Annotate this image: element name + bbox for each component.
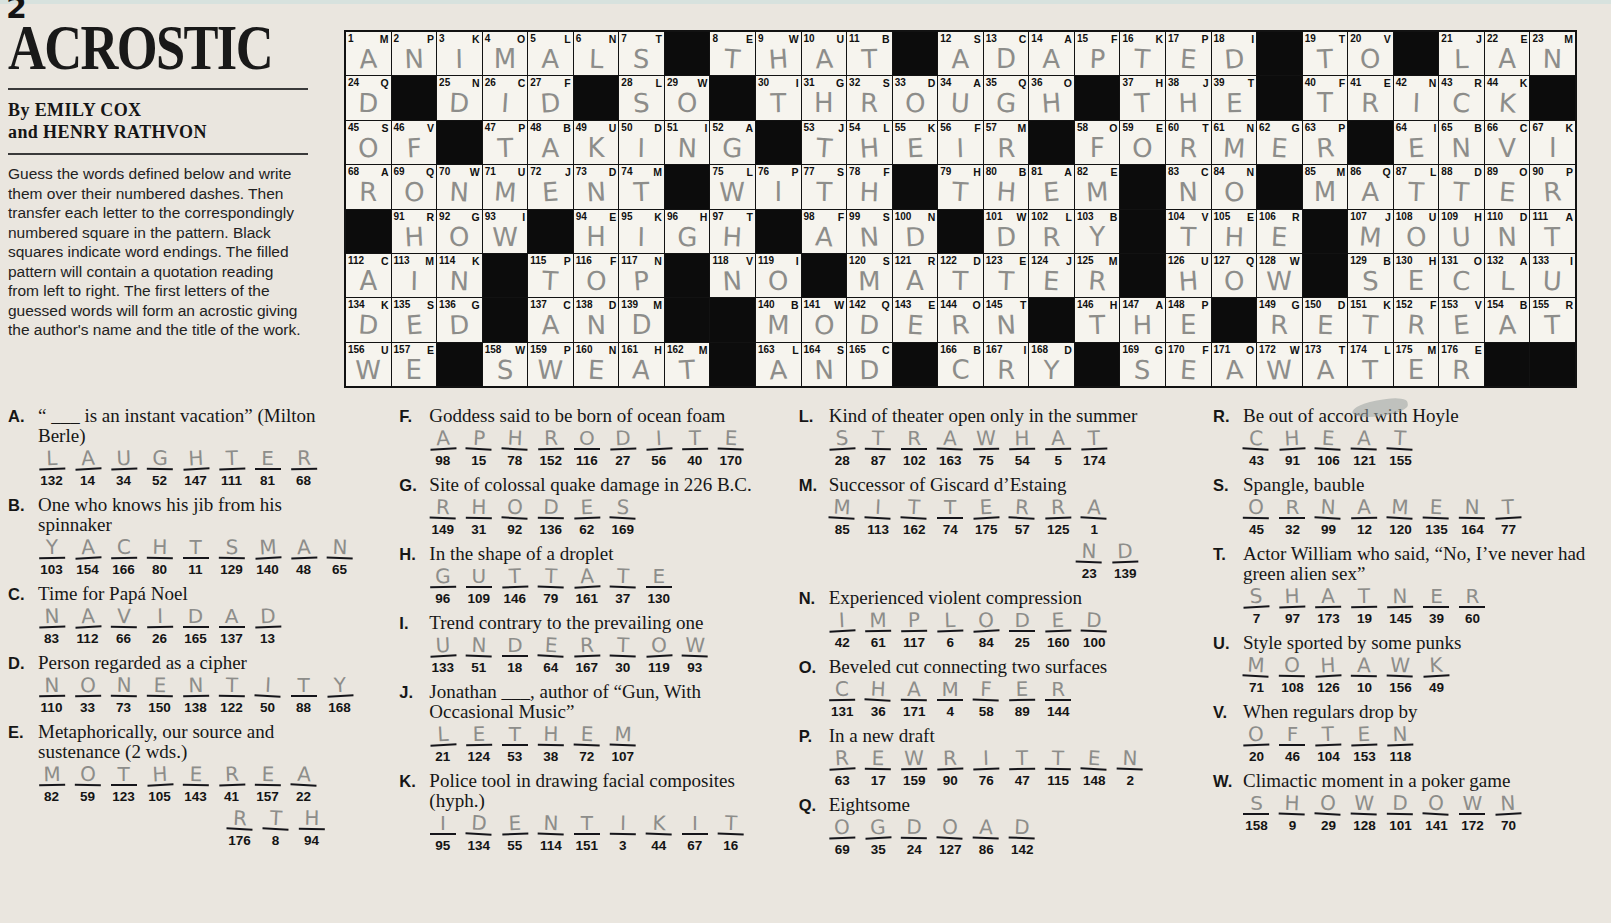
grid-cell-97[interactable]: 97TH [710, 210, 755, 253]
answer-slot-109[interactable]: U109 [465, 567, 492, 606]
grid-cell-60[interactable]: 60TR [1166, 121, 1211, 164]
grid-cell-120[interactable]: 120SM [847, 254, 892, 297]
grid-cell-156[interactable]: 156UW [346, 343, 391, 386]
answer-slot-141[interactable]: O141 [1423, 794, 1450, 833]
answer-slot-8[interactable]: T8 [262, 809, 289, 848]
grid-cell-91[interactable]: 91RH [392, 210, 437, 253]
grid-cell-32[interactable]: 32SR [847, 76, 892, 119]
grid-cell-175[interactable]: 175ME [1394, 343, 1439, 386]
grid-cell-127[interactable]: 127QO [1212, 254, 1257, 297]
grid-cell-29[interactable]: 29WO [665, 76, 710, 119]
answer-slot-9[interactable]: H9 [1279, 794, 1306, 833]
grid-cell-56[interactable]: 56FI [938, 121, 983, 164]
answer-slot-129[interactable]: S129 [218, 538, 245, 577]
answer-slot-68[interactable]: R68 [290, 449, 317, 488]
answer-slot-102[interactable]: R102 [901, 429, 928, 468]
answer-slot-106[interactable]: E106 [1315, 429, 1342, 468]
answer-slot-113[interactable]: I113 [865, 498, 892, 537]
grid-cell-13[interactable]: 13CD [984, 32, 1029, 75]
answer-slot-53[interactable]: T53 [501, 725, 528, 764]
grid-cell-76[interactable]: 76PI [756, 165, 801, 208]
answer-slot-72[interactable]: E72 [573, 725, 600, 764]
answer-slot-22[interactable]: A22 [290, 765, 317, 804]
answer-slot-6[interactable]: L6 [937, 611, 964, 650]
answer-slot-117[interactable]: P117 [901, 611, 928, 650]
grid-cell-123[interactable]: 123ET [984, 254, 1029, 297]
grid-cell-75[interactable]: 75LW [710, 165, 755, 208]
answer-slot-62[interactable]: E62 [573, 498, 600, 537]
answer-slot-4[interactable]: M4 [937, 680, 964, 719]
grid-cell-78[interactable]: 78FH [847, 165, 892, 208]
grid-cell-4[interactable]: 4OM [483, 32, 528, 75]
answer-slot-40[interactable]: T40 [681, 429, 708, 468]
grid-cell-154[interactable]: 154BA [1485, 298, 1530, 341]
grid-cell-87[interactable]: 87LT [1394, 165, 1439, 208]
answer-slot-67[interactable]: I67 [681, 814, 708, 853]
grid-cell-141[interactable]: 141WO [802, 298, 847, 341]
answer-slot-168[interactable]: Y168 [326, 676, 353, 715]
grid-cell-151[interactable]: 151KT [1348, 298, 1393, 341]
grid-cell-24[interactable]: 24QD [346, 76, 391, 119]
grid-cell-11[interactable]: 11BT [847, 32, 892, 75]
answer-slot-127[interactable]: O127 [937, 818, 964, 857]
answer-slot-58[interactable]: F58 [973, 680, 1000, 719]
answer-slot-156[interactable]: W156 [1387, 656, 1414, 695]
answer-slot-164[interactable]: N164 [1459, 498, 1486, 537]
grid-cell-105[interactable]: 105EH [1212, 210, 1257, 253]
answer-slot-134[interactable]: D134 [465, 814, 492, 853]
answer-slot-103[interactable]: Y103 [38, 538, 65, 577]
grid-cell-69[interactable]: 69QO [392, 165, 437, 208]
grid-cell-115[interactable]: 115PT [528, 254, 573, 297]
answer-slot-145[interactable]: N145 [1387, 587, 1414, 626]
grid-cell-43[interactable]: 43RC [1439, 76, 1484, 119]
answer-slot-44[interactable]: K44 [645, 814, 672, 853]
grid-cell-145[interactable]: 145TN [984, 298, 1029, 341]
grid-cell-96[interactable]: 96HG [665, 210, 710, 253]
answer-slot-101[interactable]: D101 [1387, 794, 1414, 833]
answer-slot-43[interactable]: C43 [1243, 429, 1270, 468]
grid-cell-100[interactable]: 100ND [893, 210, 938, 253]
answer-slot-23[interactable]: N23 [1076, 542, 1103, 581]
grid-cell-28[interactable]: 28LS [619, 76, 664, 119]
answer-slot-115[interactable]: T115 [1045, 749, 1072, 788]
answer-slot-121[interactable]: A121 [1351, 429, 1378, 468]
answer-slot-108[interactable]: O108 [1279, 656, 1306, 695]
answer-slot-25[interactable]: D25 [1009, 611, 1036, 650]
answer-slot-84[interactable]: O84 [973, 611, 1000, 650]
answer-slot-171[interactable]: A171 [901, 680, 928, 719]
grid-cell-42[interactable]: 42NI [1394, 76, 1439, 119]
grid-cell-122[interactable]: 122DT [938, 254, 983, 297]
grid-cell-101[interactable]: 101WD [984, 210, 1029, 253]
answer-slot-15[interactable]: P15 [465, 429, 492, 468]
answer-slot-111[interactable]: T111 [218, 449, 245, 488]
answer-slot-123[interactable]: T123 [110, 765, 137, 804]
grid-cell-161[interactable]: 161HA [619, 343, 664, 386]
answer-slot-74[interactable]: T74 [937, 498, 964, 537]
answer-slot-170[interactable]: E170 [717, 429, 744, 468]
grid-cell-107[interactable]: 107JM [1348, 210, 1393, 253]
grid-cell-55[interactable]: 55KE [893, 121, 938, 164]
grid-cell-150[interactable]: 150DE [1303, 298, 1348, 341]
grid-cell-47[interactable]: 47PT [483, 121, 528, 164]
grid-cell-128[interactable]: 128WW [1257, 254, 1302, 297]
grid-cell-39[interactable]: 39TE [1212, 76, 1257, 119]
grid-cell-31[interactable]: 31GH [802, 76, 847, 119]
grid-cell-133[interactable]: 133IU [1530, 254, 1575, 297]
answer-slot-69[interactable]: O69 [829, 818, 856, 857]
answer-slot-1[interactable]: A1 [1081, 498, 1108, 537]
grid-cell-139[interactable]: 139MD [619, 298, 664, 341]
grid-cell-117[interactable]: 117NP [619, 254, 664, 297]
answer-slot-73[interactable]: N73 [110, 676, 137, 715]
answer-slot-133[interactable]: U133 [429, 636, 456, 675]
grid-cell-153[interactable]: 153VE [1439, 298, 1484, 341]
grid-cell-106[interactable]: 106RE [1257, 210, 1302, 253]
answer-slot-130[interactable]: E130 [645, 567, 672, 606]
answer-slot-14[interactable]: A14 [74, 449, 101, 488]
answer-slot-70[interactable]: N70 [1495, 794, 1522, 833]
grid-cell-144[interactable]: 144OR [938, 298, 983, 341]
grid-cell-130[interactable]: 130HE [1394, 254, 1439, 297]
answer-slot-83[interactable]: N83 [38, 607, 65, 646]
answer-slot-32[interactable]: R32 [1279, 498, 1306, 537]
answer-slot-64[interactable]: E64 [537, 636, 564, 675]
answer-slot-120[interactable]: M120 [1387, 498, 1414, 537]
grid-cell-20[interactable]: 20VO [1348, 32, 1393, 75]
grid-cell-173[interactable]: 173TA [1303, 343, 1348, 386]
answer-slot-82[interactable]: M82 [38, 765, 65, 804]
answer-slot-118[interactable]: N118 [1387, 725, 1414, 764]
answer-slot-95[interactable]: I95 [429, 814, 456, 853]
answer-slot-45[interactable]: O45 [1243, 498, 1270, 537]
answer-slot-52[interactable]: G52 [146, 449, 173, 488]
grid-cell-89[interactable]: 89OE [1485, 165, 1530, 208]
answer-slot-75[interactable]: W75 [973, 429, 1000, 468]
answer-slot-57[interactable]: R57 [1009, 498, 1036, 537]
answer-slot-158[interactable]: S158 [1243, 794, 1270, 833]
answer-slot-10[interactable]: A10 [1351, 656, 1378, 695]
grid-cell-70[interactable]: 70WN [437, 165, 482, 208]
grid-cell-108[interactable]: 108UO [1394, 210, 1439, 253]
grid-cell-82[interactable]: 82EM [1075, 165, 1120, 208]
grid-cell-61[interactable]: 61NM [1212, 121, 1257, 164]
answer-slot-65[interactable]: N65 [326, 538, 353, 577]
answer-slot-114[interactable]: N114 [537, 814, 564, 853]
answer-slot-41[interactable]: R41 [218, 765, 245, 804]
grid-cell-131[interactable]: 131OC [1439, 254, 1484, 297]
answer-slot-60[interactable]: R60 [1459, 587, 1486, 626]
answer-slot-150[interactable]: E150 [146, 676, 173, 715]
grid-cell-63[interactable]: 63PR [1303, 121, 1348, 164]
grid-cell-83[interactable]: 83CN [1166, 165, 1211, 208]
grid-cell-136[interactable]: 136GD [437, 298, 482, 341]
answer-slot-78[interactable]: H78 [501, 429, 528, 468]
answer-slot-151[interactable]: T151 [573, 814, 600, 853]
grid-cell-159[interactable]: 159PW [528, 343, 573, 386]
grid-cell-119[interactable]: 119IO [756, 254, 801, 297]
answer-slot-13[interactable]: D13 [254, 607, 281, 646]
grid-cell-143[interactable]: 143EE [893, 298, 938, 341]
answer-slot-49[interactable]: K49 [1423, 656, 1450, 695]
grid-cell-146[interactable]: 146HT [1075, 298, 1120, 341]
answer-slot-29[interactable]: O29 [1315, 794, 1342, 833]
grid-cell-84[interactable]: 84NO [1212, 165, 1257, 208]
grid-cell-176[interactable]: 176ER [1439, 343, 1484, 386]
answer-slot-50[interactable]: I50 [254, 676, 281, 715]
grid-cell-98[interactable]: 98FA [802, 210, 847, 253]
answer-slot-47[interactable]: T47 [1009, 749, 1036, 788]
answer-slot-51[interactable]: N51 [465, 636, 492, 675]
grid-cell-18[interactable]: 18ID [1212, 32, 1257, 75]
answer-slot-2[interactable]: N2 [1117, 749, 1144, 788]
grid-cell-155[interactable]: 155RT [1530, 298, 1575, 341]
grid-cell-102[interactable]: 102LR [1029, 210, 1074, 253]
grid-cell-45[interactable]: 45SO [346, 121, 391, 164]
answer-slot-166[interactable]: C166 [110, 538, 137, 577]
answer-slot-46[interactable]: F46 [1279, 725, 1306, 764]
answer-slot-163[interactable]: A163 [937, 429, 964, 468]
answer-slot-175[interactable]: E175 [973, 498, 1000, 537]
answer-slot-28[interactable]: S28 [829, 429, 856, 468]
grid-cell-1[interactable]: 1MA [346, 32, 391, 75]
answer-slot-17[interactable]: E17 [865, 749, 892, 788]
answer-slot-16[interactable]: T16 [717, 814, 744, 853]
answer-slot-81[interactable]: E81 [254, 449, 281, 488]
answer-slot-152[interactable]: R152 [537, 429, 564, 468]
grid-cell-26[interactable]: 26CI [483, 76, 528, 119]
grid-cell-104[interactable]: 104VT [1166, 210, 1211, 253]
grid-cell-112[interactable]: 112CA [346, 254, 391, 297]
grid-cell-19[interactable]: 19TT [1303, 32, 1348, 75]
grid-cell-121[interactable]: 121RA [893, 254, 938, 297]
grid-cell-88[interactable]: 88DT [1439, 165, 1484, 208]
grid-cell-140[interactable]: 140BM [756, 298, 801, 341]
answer-slot-161[interactable]: A161 [573, 567, 600, 606]
grid-cell-134[interactable]: 134KD [346, 298, 391, 341]
answer-slot-97[interactable]: H97 [1279, 587, 1306, 626]
answer-slot-37[interactable]: T37 [609, 567, 636, 606]
grid-cell-103[interactable]: 103BY [1075, 210, 1120, 253]
grid-cell-116[interactable]: 116FO [574, 254, 619, 297]
answer-slot-80[interactable]: H80 [146, 538, 173, 577]
grid-cell-23[interactable]: 23MN [1530, 32, 1575, 75]
grid-cell-71[interactable]: 71UM [483, 165, 528, 208]
grid-cell-30[interactable]: 30IT [756, 76, 801, 119]
answer-slot-20[interactable]: O20 [1243, 725, 1270, 764]
grid-cell-52[interactable]: 52AG [710, 121, 755, 164]
grid-cell-25[interactable]: 25ND [437, 76, 482, 119]
grid-cell-172[interactable]: 172WW [1257, 343, 1302, 386]
answer-slot-89[interactable]: E89 [1009, 680, 1036, 719]
grid-cell-99[interactable]: 99SN [847, 210, 892, 253]
grid-cell-160[interactable]: 160NE [574, 343, 619, 386]
answer-slot-148[interactable]: E148 [1081, 749, 1108, 788]
answer-slot-157[interactable]: E157 [254, 765, 281, 804]
answer-slot-105[interactable]: H105 [146, 765, 173, 804]
answer-slot-56[interactable]: I56 [645, 429, 672, 468]
grid-cell-114[interactable]: 114KN [437, 254, 482, 297]
answer-slot-87[interactable]: T87 [865, 429, 892, 468]
answer-slot-30[interactable]: T30 [609, 636, 636, 675]
grid-cell-73[interactable]: 73DN [574, 165, 619, 208]
answer-slot-7[interactable]: S7 [1243, 587, 1270, 626]
grid-cell-35[interactable]: 35QG [984, 76, 1029, 119]
grid-cell-148[interactable]: 148PE [1166, 298, 1211, 341]
grid-cell-62[interactable]: 62GE [1257, 121, 1302, 164]
answer-slot-173[interactable]: A173 [1315, 587, 1342, 626]
grid-cell-27[interactable]: 27FD [528, 76, 573, 119]
answer-slot-124[interactable]: E124 [465, 725, 492, 764]
grid-cell-67[interactable]: 67KI [1530, 121, 1575, 164]
answer-slot-34[interactable]: U34 [110, 449, 137, 488]
answer-slot-59[interactable]: O59 [74, 765, 101, 804]
grid-cell-111[interactable]: 111AT [1530, 210, 1575, 253]
grid-cell-94[interactable]: 94EH [574, 210, 619, 253]
grid-cell-15[interactable]: 15FP [1075, 32, 1120, 75]
grid-cell-7[interactable]: 7TS [619, 32, 664, 75]
grid-cell-54[interactable]: 54LH [847, 121, 892, 164]
grid-cell-125[interactable]: 125MR [1075, 254, 1120, 297]
grid-cell-110[interactable]: 110DN [1485, 210, 1530, 253]
grid-cell-17[interactable]: 17PE [1166, 32, 1211, 75]
grid-cell-168[interactable]: 168DY [1029, 343, 1074, 386]
grid-cell-50[interactable]: 50DI [619, 121, 664, 164]
answer-slot-11[interactable]: T11 [182, 538, 209, 577]
grid-cell-174[interactable]: 174LT [1348, 343, 1393, 386]
answer-slot-99[interactable]: N99 [1315, 498, 1342, 537]
grid-cell-167[interactable]: 167IR [984, 343, 1029, 386]
grid-cell-90[interactable]: 90PR [1530, 165, 1575, 208]
answer-slot-167[interactable]: R167 [573, 636, 600, 675]
grid-cell-138[interactable]: 138DN [574, 298, 619, 341]
grid-cell-92[interactable]: 92GO [437, 210, 482, 253]
answer-slot-125[interactable]: R125 [1045, 498, 1072, 537]
answer-slot-172[interactable]: W172 [1459, 794, 1486, 833]
answer-slot-146[interactable]: T146 [501, 567, 528, 606]
grid-cell-170[interactable]: 170FE [1166, 343, 1211, 386]
answer-slot-12[interactable]: A12 [1351, 498, 1378, 537]
grid-cell-171[interactable]: 171OA [1212, 343, 1257, 386]
grid-cell-157[interactable]: 157EE [392, 343, 437, 386]
answer-slot-139[interactable]: D139 [1112, 542, 1139, 581]
answer-slot-5[interactable]: A5 [1045, 429, 1072, 468]
answer-slot-160[interactable]: E160 [1045, 611, 1072, 650]
answer-slot-3[interactable]: I3 [609, 814, 636, 853]
grid-cell-14[interactable]: 14AA [1029, 32, 1074, 75]
grid-cell-58[interactable]: 58OF [1075, 121, 1120, 164]
grid-cell-147[interactable]: 147AH [1120, 298, 1165, 341]
answer-slot-55[interactable]: E55 [501, 814, 528, 853]
grid-cell-169[interactable]: 169GS [1120, 343, 1165, 386]
grid-cell-10[interactable]: 10UA [802, 32, 847, 75]
grid-cell-51[interactable]: 51IN [665, 121, 710, 164]
grid-cell-40[interactable]: 40FT [1303, 76, 1348, 119]
answer-slot-162[interactable]: T162 [901, 498, 928, 537]
answer-slot-21[interactable]: L21 [429, 725, 456, 764]
grid-cell-64[interactable]: 64IE [1394, 121, 1439, 164]
grid-cell-137[interactable]: 137CA [528, 298, 573, 341]
grid-cell-66[interactable]: 66CV [1485, 121, 1530, 164]
grid-cell-163[interactable]: 163LA [756, 343, 801, 386]
answer-slot-169[interactable]: S169 [609, 498, 636, 537]
answer-slot-159[interactable]: W159 [901, 749, 928, 788]
answer-slot-90[interactable]: R90 [937, 749, 964, 788]
answer-slot-165[interactable]: D165 [182, 607, 209, 646]
grid-cell-41[interactable]: 41ER [1348, 76, 1393, 119]
answer-slot-149[interactable]: R149 [429, 498, 456, 537]
grid-cell-22[interactable]: 22EA [1485, 32, 1530, 75]
answer-slot-77[interactable]: T77 [1495, 498, 1522, 537]
answer-slot-93[interactable]: W93 [681, 636, 708, 675]
answer-slot-66[interactable]: V66 [110, 607, 137, 646]
grid-cell-34[interactable]: 34AU [938, 76, 983, 119]
answer-slot-27[interactable]: D27 [609, 429, 636, 468]
answer-slot-48[interactable]: A48 [290, 538, 317, 577]
grid-cell-49[interactable]: 49UK [574, 121, 619, 164]
grid-cell-166[interactable]: 166BC [938, 343, 983, 386]
answer-slot-140[interactable]: M140 [254, 538, 281, 577]
grid-cell-3[interactable]: 3KI [437, 32, 482, 75]
answer-slot-136[interactable]: D136 [537, 498, 564, 537]
grid-cell-113[interactable]: 113MI [392, 254, 437, 297]
grid-cell-53[interactable]: 53JT [802, 121, 847, 164]
grid-cell-149[interactable]: 149GR [1257, 298, 1302, 341]
answer-slot-31[interactable]: H31 [465, 498, 492, 537]
answer-slot-143[interactable]: E143 [182, 765, 209, 804]
answer-slot-147[interactable]: H147 [182, 449, 209, 488]
answer-slot-76[interactable]: I76 [973, 749, 1000, 788]
grid-cell-132[interactable]: 132AL [1485, 254, 1530, 297]
grid-cell-86[interactable]: 86QA [1348, 165, 1393, 208]
answer-slot-98[interactable]: A98 [429, 429, 456, 468]
answer-slot-35[interactable]: G35 [865, 818, 892, 857]
grid-cell-126[interactable]: 126UH [1166, 254, 1211, 297]
answer-slot-126[interactable]: H126 [1315, 656, 1342, 695]
answer-slot-137[interactable]: A137 [218, 607, 245, 646]
grid-cell-37[interactable]: 37HT [1120, 76, 1165, 119]
grid-cell-68[interactable]: 68AR [346, 165, 391, 208]
answer-slot-54[interactable]: H54 [1009, 429, 1036, 468]
grid-cell-74[interactable]: 74MT [619, 165, 664, 208]
answer-slot-153[interactable]: E153 [1351, 725, 1378, 764]
answer-slot-174[interactable]: T174 [1081, 429, 1108, 468]
answer-slot-42[interactable]: I42 [829, 611, 856, 650]
answer-slot-39[interactable]: E39 [1423, 587, 1450, 626]
grid-cell-164[interactable]: 164SN [802, 343, 847, 386]
grid-cell-21[interactable]: 21JL [1439, 32, 1484, 75]
answer-slot-131[interactable]: C131 [829, 680, 856, 719]
grid-cell-9[interactable]: 9WH [756, 32, 801, 75]
grid-cell-158[interactable]: 158WS [483, 343, 528, 386]
answer-slot-96[interactable]: G96 [429, 567, 456, 606]
answer-slot-138[interactable]: N138 [182, 676, 209, 715]
answer-slot-88[interactable]: T88 [290, 676, 317, 715]
answer-slot-18[interactable]: D18 [501, 636, 528, 675]
grid-cell-124[interactable]: 124JE [1029, 254, 1074, 297]
answer-slot-38[interactable]: H38 [537, 725, 564, 764]
answer-slot-85[interactable]: M85 [829, 498, 856, 537]
answer-slot-144[interactable]: R144 [1045, 680, 1072, 719]
grid-cell-81[interactable]: 81AE [1029, 165, 1074, 208]
answer-slot-79[interactable]: T79 [537, 567, 564, 606]
answer-slot-132[interactable]: L132 [38, 449, 65, 488]
answer-slot-116[interactable]: O116 [573, 429, 600, 468]
grid-cell-57[interactable]: 57MR [984, 121, 1029, 164]
answer-slot-128[interactable]: W128 [1351, 794, 1378, 833]
grid-cell-16[interactable]: 16KT [1120, 32, 1165, 75]
